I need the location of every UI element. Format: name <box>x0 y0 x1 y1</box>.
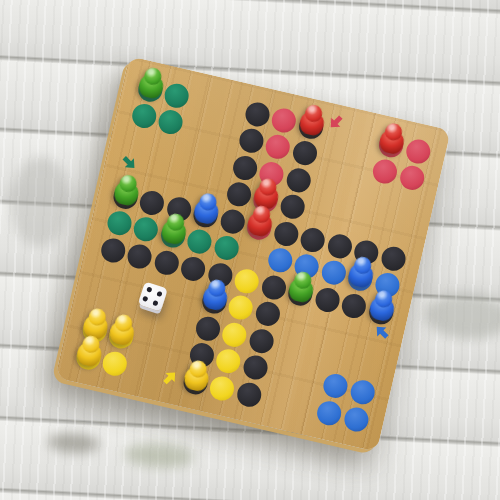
cell-blue-c10r10 <box>321 372 350 401</box>
cell-red-c6r2 <box>263 132 292 161</box>
cell-black-c7r3 <box>284 165 313 194</box>
cell-black-c5r9 <box>193 314 222 343</box>
start-arrow-green <box>118 152 141 175</box>
cell-black-c9r7 <box>313 285 342 314</box>
start-arrow-yellow <box>159 366 182 389</box>
pawn-red-c7r1[interactable] <box>297 102 327 137</box>
start-arrow-blue <box>370 321 393 344</box>
cell-black-c7r9 <box>247 326 276 355</box>
pawn-red-c6r5[interactable] <box>246 203 276 238</box>
cell-black-c7r2 <box>290 139 319 168</box>
cell-black-c9r5 <box>325 231 354 260</box>
cell-blue-c7r6 <box>265 246 294 275</box>
die-pip <box>156 291 162 297</box>
pawn-green-c1r1[interactable] <box>136 65 166 100</box>
cell-green-c5r6 <box>212 233 241 262</box>
die-showing-4[interactable] <box>138 281 168 311</box>
cell-yellow-c2r11 <box>100 349 129 378</box>
cell-yellow-c6r9 <box>220 320 249 349</box>
cell-black-c5r2 <box>237 126 266 155</box>
cell-green-c2r2 <box>156 108 185 137</box>
cell-yellow-c6r7 <box>232 266 261 295</box>
cell-red-c6r1 <box>270 106 299 135</box>
die-pip <box>146 286 152 292</box>
cell-black-c8r5 <box>298 225 327 254</box>
cell-green-c2r6 <box>131 215 160 244</box>
cell-yellow-c6r8 <box>226 293 255 322</box>
cell-yellow-c6r10 <box>214 347 243 376</box>
cell-black-c1r7 <box>98 235 127 264</box>
wood-stain <box>47 432 100 455</box>
cell-red-c11r2 <box>397 163 426 192</box>
cell-black-c5r3 <box>230 153 259 182</box>
cell-green-c1r2 <box>129 101 158 130</box>
cell-black-c5r4 <box>224 180 253 209</box>
pawn-green-c3r6[interactable] <box>159 211 189 246</box>
cell-black-c2r7 <box>125 242 154 271</box>
cell-black-c3r7 <box>152 248 181 277</box>
cell-black-c4r7 <box>179 254 208 283</box>
pawn-yellow-c2r10[interactable] <box>108 312 138 347</box>
cell-black-c7r8 <box>253 299 282 328</box>
wood-stain <box>424 291 500 341</box>
die-pip <box>142 296 148 302</box>
cell-yellow-c6r11 <box>208 374 237 403</box>
cell-black-c5r5 <box>218 207 247 236</box>
cell-black-c7r10 <box>241 353 270 382</box>
cell-black-c7r11 <box>234 380 263 409</box>
pawn-yellow-c5r11[interactable] <box>182 358 212 393</box>
wood-stain <box>124 442 195 470</box>
cell-red-c10r2 <box>371 157 400 186</box>
pawn-green-c8r7[interactable] <box>287 269 317 304</box>
cell-blue-c11r11 <box>342 405 371 434</box>
cell-black-c7r4 <box>278 192 307 221</box>
cell-blue-c11r10 <box>348 378 377 407</box>
start-arrow-red <box>324 111 347 134</box>
pawn-green-c1r5[interactable] <box>112 172 142 207</box>
cell-green-c4r6 <box>185 227 214 256</box>
pawn-blue-c11r7[interactable] <box>367 288 397 323</box>
die-pip <box>152 300 158 306</box>
pawn-blue-c5r8[interactable] <box>200 277 230 312</box>
cell-black-c11r5 <box>379 244 408 273</box>
pawn-blue-c10r6[interactable] <box>347 255 377 290</box>
cell-blue-c10r11 <box>315 398 344 427</box>
cell-red-c11r1 <box>404 137 433 166</box>
cell-black-c5r1 <box>243 99 272 128</box>
wood-stain <box>8 155 73 248</box>
cell-green-c1r6 <box>105 209 134 238</box>
pawn-yellow-c1r11[interactable] <box>75 333 105 368</box>
pawn-red-c10r1[interactable] <box>378 121 408 156</box>
pawn-blue-c4r5[interactable] <box>192 191 222 226</box>
cell-black-c7r5 <box>272 219 301 248</box>
cell-green-c2r1 <box>162 81 191 110</box>
scene <box>0 0 500 500</box>
cell-black-c2r5 <box>138 188 167 217</box>
cell-blue-c9r6 <box>319 258 348 287</box>
cell-black-c7r7 <box>259 273 288 302</box>
cell-black-c10r7 <box>340 291 369 320</box>
